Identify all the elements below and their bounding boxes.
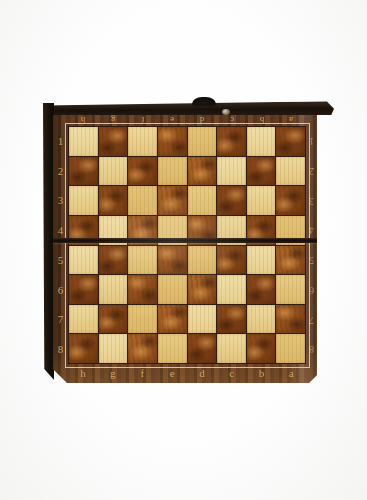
clasp-latch-icon <box>192 97 216 106</box>
coordinate-label: 2 <box>53 156 68 186</box>
square-d3 <box>188 186 217 215</box>
board-top-edge <box>44 101 334 117</box>
coordinate-label: b <box>247 115 277 126</box>
rank-labels-right: 12345678 <box>306 126 317 364</box>
coordinate-label: a <box>276 115 306 126</box>
square-c6 <box>217 275 246 304</box>
square-a8 <box>276 334 305 363</box>
square-e5 <box>158 246 187 275</box>
coordinate-label: a <box>276 364 306 382</box>
coordinate-label: b <box>247 364 277 382</box>
coordinate-label: 7 <box>53 305 68 335</box>
square-d8 <box>188 334 217 363</box>
square-g2 <box>99 157 128 186</box>
coordinate-label: e <box>157 115 187 126</box>
square-b8 <box>247 334 276 363</box>
square-e3 <box>158 186 187 215</box>
coordinate-label: d <box>187 364 217 382</box>
hinge-pin-icon <box>222 109 230 115</box>
square-g3 <box>99 186 128 215</box>
square-c2 <box>217 157 246 186</box>
square-h3 <box>69 186 98 215</box>
coordinate-label: h <box>68 364 98 382</box>
square-d6 <box>188 275 217 304</box>
board-left-edge <box>43 103 54 380</box>
square-h6 <box>69 275 98 304</box>
coordinate-label: 8 <box>306 334 317 364</box>
square-h2 <box>69 157 98 186</box>
square-e1 <box>158 127 187 156</box>
square-h7 <box>69 305 98 334</box>
board-grid <box>68 126 306 364</box>
square-h8 <box>69 334 98 363</box>
square-c5 <box>217 246 246 275</box>
coordinate-label: f <box>128 364 158 382</box>
coordinate-label: 5 <box>306 245 317 275</box>
coordinate-label: 6 <box>306 275 317 305</box>
coordinate-label: c <box>217 115 247 126</box>
file-labels-top: hgfedcba <box>68 115 306 126</box>
square-h1 <box>69 127 98 156</box>
square-a5 <box>276 246 305 275</box>
square-c1 <box>217 127 246 156</box>
rank-labels-left: 12345678 <box>53 126 68 364</box>
coordinate-label: f <box>128 115 158 126</box>
square-f6 <box>128 275 157 304</box>
square-b3 <box>247 186 276 215</box>
square-d2 <box>188 157 217 186</box>
square-f8 <box>128 334 157 363</box>
coordinate-label: g <box>98 115 128 126</box>
square-a6 <box>276 275 305 304</box>
square-a7 <box>276 305 305 334</box>
square-g6 <box>99 275 128 304</box>
square-g8 <box>99 334 128 363</box>
square-g1 <box>99 127 128 156</box>
square-e6 <box>158 275 187 304</box>
square-c3 <box>217 186 246 215</box>
square-e8 <box>158 334 187 363</box>
square-h5 <box>69 246 98 275</box>
square-a1 <box>276 127 305 156</box>
square-b1 <box>247 127 276 156</box>
square-f5 <box>128 246 157 275</box>
square-g5 <box>99 246 128 275</box>
square-b2 <box>247 157 276 186</box>
coordinate-label: 2 <box>306 156 317 186</box>
coordinate-label: 5 <box>53 245 68 275</box>
coordinate-label: 1 <box>53 126 68 156</box>
square-f2 <box>128 157 157 186</box>
product-photo: hgfedcba 12345678 12345678 hgfedcba <box>0 0 367 500</box>
coordinate-label: h <box>68 115 98 126</box>
coordinate-label: d <box>187 115 217 126</box>
board-frame: hgfedcba 12345678 12345678 hgfedcba <box>53 115 317 383</box>
square-e2 <box>158 157 187 186</box>
coordinate-label: 6 <box>53 275 68 305</box>
square-f1 <box>128 127 157 156</box>
square-c8 <box>217 334 246 363</box>
coordinate-label: g <box>98 364 128 382</box>
square-b7 <box>247 305 276 334</box>
file-labels-bottom: hgfedcba <box>68 364 306 382</box>
coordinate-label: c <box>217 364 247 382</box>
square-f3 <box>128 186 157 215</box>
square-b6 <box>247 275 276 304</box>
folding-seam <box>53 238 317 243</box>
square-f7 <box>128 305 157 334</box>
square-a3 <box>276 186 305 215</box>
square-e7 <box>158 305 187 334</box>
chess-board: hgfedcba 12345678 12345678 hgfedcba <box>43 96 335 388</box>
square-a2 <box>276 157 305 186</box>
square-d5 <box>188 246 217 275</box>
coordinate-label: 7 <box>306 305 317 335</box>
coordinate-label: 1 <box>306 126 317 156</box>
square-d1 <box>188 127 217 156</box>
coordinate-label: 3 <box>53 186 68 216</box>
coordinate-label: 8 <box>53 334 68 364</box>
coordinate-label: 3 <box>306 186 317 216</box>
square-g7 <box>99 305 128 334</box>
square-d7 <box>188 305 217 334</box>
square-b5 <box>247 246 276 275</box>
square-c7 <box>217 305 246 334</box>
coordinate-label: e <box>157 364 187 382</box>
